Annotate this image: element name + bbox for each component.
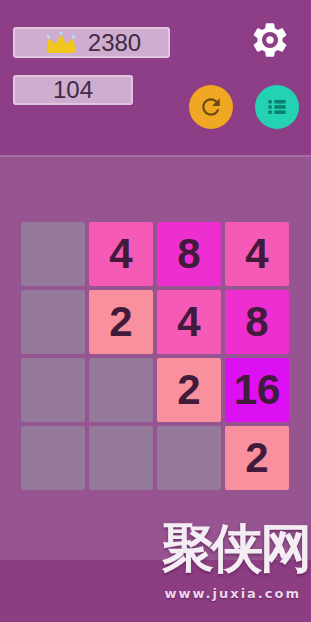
tile-r4c2-empty	[89, 426, 153, 490]
settings-button[interactable]	[248, 18, 292, 62]
tile-r4c1-empty	[21, 426, 85, 490]
best-score-value: 2380	[88, 29, 141, 57]
game-screen: { "game": "2048 (4x4 grid)", "position":…	[0, 0, 311, 622]
tile-r2c1-empty	[21, 290, 85, 354]
tile-r1c1-empty	[21, 222, 85, 286]
tile-r2c3-value-4: 4	[157, 290, 221, 354]
tile-r2c2-value-2: 2	[89, 290, 153, 354]
gear-icon	[249, 19, 291, 61]
best-score-box: 2380	[13, 27, 170, 58]
tile-r1c2-value-4: 4	[89, 222, 153, 286]
current-score-value: 104	[53, 76, 93, 104]
tile-r1c4-value-4: 4	[225, 222, 289, 286]
restart-button[interactable]	[189, 85, 233, 129]
menu-button[interactable]	[255, 85, 299, 129]
tile-r3c1-empty	[21, 358, 85, 422]
list-icon	[264, 94, 290, 120]
tile-r4c3-empty	[157, 426, 221, 490]
footer-band	[0, 560, 311, 622]
tile-r3c4-value-16: 16	[225, 358, 289, 422]
tile-r4c4-value-2: 2	[225, 426, 289, 490]
crown-icon	[42, 31, 80, 55]
tile-r3c2-empty	[89, 358, 153, 422]
tile-r3c3-value-2: 2	[157, 358, 221, 422]
tile-r1c3-value-8: 8	[157, 222, 221, 286]
tile-board[interactable]: 4842482162	[21, 222, 289, 490]
tile-r2c4-value-8: 8	[225, 290, 289, 354]
refresh-icon	[198, 94, 224, 120]
current-score-box: 104	[13, 75, 133, 105]
